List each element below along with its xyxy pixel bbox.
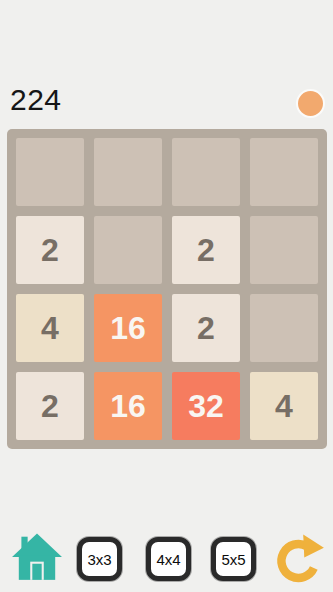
empty-cell-r2c2 <box>94 216 162 284</box>
score-value: 224 <box>10 84 62 116</box>
home-button[interactable] <box>11 529 63 586</box>
grid-size-button-4x4[interactable]: 4x4 <box>146 537 191 581</box>
home-icon <box>11 529 63 586</box>
restart-button[interactable] <box>273 531 326 587</box>
empty-cell-r1c2 <box>94 138 162 206</box>
tile-32-r4c3: 32 <box>172 372 240 440</box>
tile-4-r3c1: 4 <box>16 294 84 362</box>
grid-size-label-5x5: 5x5 <box>221 551 245 568</box>
orange-dot-indicator <box>296 89 325 118</box>
empty-cell-r3c4 <box>250 294 318 362</box>
tile-2-r2c1: 2 <box>16 216 84 284</box>
board-2048[interactable]: 224162216324 <box>7 129 327 449</box>
tile-2-r2c3: 2 <box>172 216 240 284</box>
tile-4-r4c4: 4 <box>250 372 318 440</box>
grid-size-label-4x4: 4x4 <box>156 551 180 568</box>
restart-icon <box>273 531 326 587</box>
grid-size-button-5x5[interactable]: 5x5 <box>211 537 256 581</box>
empty-cell-r1c4 <box>250 138 318 206</box>
tile-2-r4c1: 2 <box>16 372 84 440</box>
game-screen: 224 224162216324 3x3 4x4 5x5 <box>0 0 333 592</box>
tile-16-r4c2: 16 <box>94 372 162 440</box>
tile-2-r3c3: 2 <box>172 294 240 362</box>
empty-cell-r1c3 <box>172 138 240 206</box>
grid-size-label-3x3: 3x3 <box>87 551 111 568</box>
empty-cell-r2c4 <box>250 216 318 284</box>
tile-16-r3c2: 16 <box>94 294 162 362</box>
grid-size-button-3x3[interactable]: 3x3 <box>77 537 122 581</box>
empty-cell-r1c1 <box>16 138 84 206</box>
